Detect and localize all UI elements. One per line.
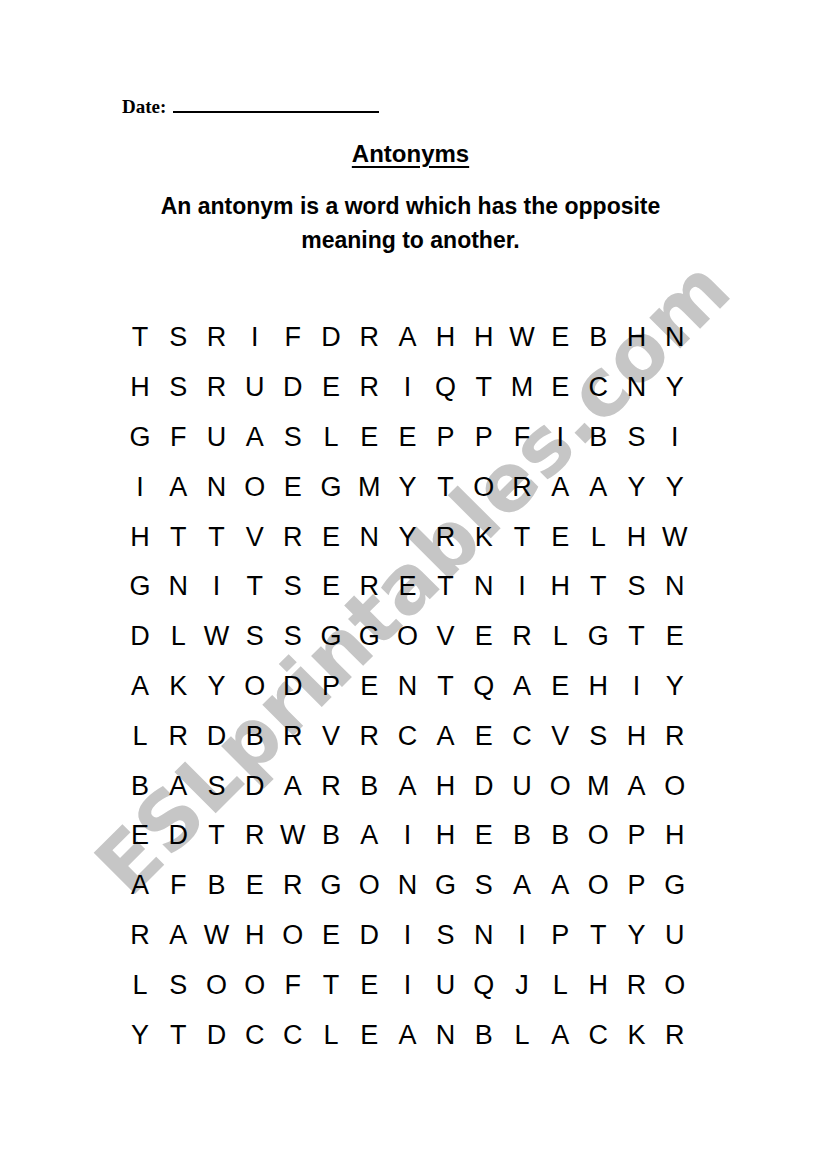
grid-cell[interactable]: R xyxy=(274,861,312,911)
grid-cell[interactable]: Y xyxy=(121,1010,159,1060)
grid-cell[interactable]: O xyxy=(656,960,694,1010)
grid-cell[interactable]: H xyxy=(541,562,579,612)
date-label: Date: xyxy=(122,96,166,117)
worksheet-page: { "game": "word-search", "position": "TS… xyxy=(0,0,821,1169)
word-search-grid: TSRIFDRAHHWEBHNHSRUDERIQTMECNYGFUASLEEPP… xyxy=(121,313,694,1060)
grid-cell[interactable]: A xyxy=(579,462,617,512)
grid-cell[interactable]: T xyxy=(197,512,235,562)
grid-cell[interactable]: E xyxy=(388,413,426,463)
grid-cell[interactable]: A xyxy=(350,811,388,861)
grid-cell[interactable]: I xyxy=(617,662,655,712)
grid-cell[interactable]: R xyxy=(503,612,541,662)
grid-cell[interactable]: P xyxy=(312,662,350,712)
grid-cell[interactable]: A xyxy=(503,662,541,712)
grid-cell[interactable]: Y xyxy=(388,512,426,562)
grid-cell[interactable]: E xyxy=(388,562,426,612)
grid-cell[interactable]: N xyxy=(388,861,426,911)
grid-cell[interactable]: Y xyxy=(656,363,694,413)
grid-cell[interactable]: B xyxy=(236,711,274,761)
grid-cell[interactable]: D xyxy=(159,811,197,861)
grid-cell[interactable]: E xyxy=(312,512,350,562)
grid-cell[interactable]: W xyxy=(197,911,235,961)
grid-cell[interactable]: S xyxy=(197,761,235,811)
grid-cell[interactable]: E xyxy=(350,662,388,712)
grid-cell[interactable]: L xyxy=(503,1010,541,1060)
grid-cell[interactable]: C xyxy=(236,1010,274,1060)
grid-cell[interactable]: P xyxy=(617,861,655,911)
grid-cell[interactable]: B xyxy=(579,313,617,363)
grid-cell[interactable]: U xyxy=(503,761,541,811)
grid-cell[interactable]: G xyxy=(427,861,465,911)
grid-cell[interactable]: O xyxy=(465,462,503,512)
grid-cell[interactable]: O xyxy=(579,861,617,911)
page-title: Antonyms xyxy=(0,140,821,168)
grid-cell[interactable]: B xyxy=(312,811,350,861)
grid-cell[interactable]: Y xyxy=(388,462,426,512)
grid-cell[interactable]: O xyxy=(388,612,426,662)
grid-cell[interactable]: A xyxy=(121,861,159,911)
grid-cell[interactable]: W xyxy=(274,811,312,861)
grid-cell[interactable]: L xyxy=(121,711,159,761)
grid-cell[interactable]: N xyxy=(465,911,503,961)
grid-cell[interactable]: N xyxy=(465,562,503,612)
grid-cell[interactable]: Q xyxy=(465,960,503,1010)
grid-cell[interactable]: H xyxy=(427,313,465,363)
grid-cell[interactable]: N xyxy=(159,562,197,612)
grid-cell[interactable]: I xyxy=(121,462,159,512)
grid-cell[interactable]: H xyxy=(427,761,465,811)
grid-cell[interactable]: L xyxy=(541,960,579,1010)
grid-cell[interactable]: E xyxy=(350,960,388,1010)
grid-cell[interactable]: T xyxy=(427,462,465,512)
grid-cell[interactable]: E xyxy=(312,363,350,413)
grid-cell[interactable]: F xyxy=(159,413,197,463)
grid-cell[interactable]: I xyxy=(388,911,426,961)
grid-cell[interactable]: D xyxy=(121,612,159,662)
grid-cell[interactable]: V xyxy=(236,512,274,562)
grid-cell[interactable]: S xyxy=(274,612,312,662)
grid-cell[interactable]: N xyxy=(617,363,655,413)
grid-cell[interactable]: E xyxy=(236,861,274,911)
grid-cell[interactable]: E xyxy=(541,363,579,413)
grid-cell[interactable]: L xyxy=(312,1010,350,1060)
grid-cell[interactable]: I xyxy=(503,562,541,612)
grid-cell[interactable]: E xyxy=(465,612,503,662)
grid-cell[interactable]: A xyxy=(503,861,541,911)
grid-cell[interactable]: K xyxy=(159,662,197,712)
grid-cell[interactable]: E xyxy=(541,662,579,712)
grid-cell[interactable]: L xyxy=(312,413,350,463)
grid-cell[interactable]: O xyxy=(236,960,274,1010)
grid-cell[interactable]: I xyxy=(197,562,235,612)
grid-cell[interactable]: O xyxy=(236,462,274,512)
grid-cell[interactable]: A xyxy=(274,761,312,811)
grid-cell[interactable]: P xyxy=(541,911,579,961)
grid-cell[interactable]: F xyxy=(503,413,541,463)
grid-cell[interactable]: E xyxy=(541,313,579,363)
grid-cell[interactable]: O xyxy=(236,662,274,712)
subtitle-line1: An antonym is a word which has the oppos… xyxy=(0,189,821,223)
grid-cell[interactable]: O xyxy=(656,761,694,811)
grid-cell[interactable]: R xyxy=(236,811,274,861)
grid-cell[interactable]: N xyxy=(350,512,388,562)
grid-cell[interactable]: D xyxy=(274,363,312,413)
grid-cell[interactable]: E xyxy=(541,512,579,562)
grid-cell[interactable]: E xyxy=(656,612,694,662)
grid-cell[interactable]: R xyxy=(350,562,388,612)
grid-cell[interactable]: H xyxy=(236,911,274,961)
grid-cell[interactable]: T xyxy=(579,911,617,961)
grid-cell[interactable]: D xyxy=(274,662,312,712)
subtitle: An antonym is a word which has the oppos… xyxy=(0,189,821,257)
grid-cell[interactable]: I xyxy=(388,960,426,1010)
grid-cell[interactable]: D xyxy=(312,313,350,363)
grid-cell[interactable]: M xyxy=(350,462,388,512)
grid-cell[interactable]: I xyxy=(236,313,274,363)
grid-cell[interactable]: C xyxy=(503,711,541,761)
grid-cell[interactable]: T xyxy=(121,313,159,363)
grid-cell[interactable]: T xyxy=(427,662,465,712)
grid-cell[interactable]: O xyxy=(541,761,579,811)
grid-cell[interactable]: V xyxy=(427,612,465,662)
grid-cell[interactable]: Y xyxy=(656,462,694,512)
grid-cell[interactable]: N xyxy=(656,562,694,612)
grid-cell[interactable]: N xyxy=(656,313,694,363)
grid-cell[interactable]: A xyxy=(388,761,426,811)
grid-cell[interactable]: F xyxy=(274,313,312,363)
grid-cell[interactable]: L xyxy=(159,612,197,662)
date-blank-line xyxy=(173,96,379,113)
grid-cell[interactable]: A xyxy=(541,1010,579,1060)
grid-cell[interactable]: P xyxy=(465,413,503,463)
grid-cell[interactable]: E xyxy=(465,811,503,861)
grid-cell[interactable]: H xyxy=(617,313,655,363)
grid-cell[interactable]: O xyxy=(274,911,312,961)
grid-cell[interactable]: C xyxy=(388,711,426,761)
grid-cell[interactable]: T xyxy=(159,512,197,562)
grid-cell[interactable]: M xyxy=(579,761,617,811)
grid-cell[interactable]: D xyxy=(465,761,503,811)
grid-cell[interactable]: E xyxy=(465,711,503,761)
grid-cell[interactable]: N xyxy=(197,462,235,512)
grid-cell[interactable]: M xyxy=(503,363,541,413)
grid-cell[interactable]: R xyxy=(656,711,694,761)
grid-cell[interactable]: E xyxy=(350,1010,388,1060)
grid-cell[interactable]: F xyxy=(274,960,312,1010)
worksheet-content: Date: Antonyms An antonym is a word whic… xyxy=(0,0,821,1169)
grid-cell[interactable]: S xyxy=(159,363,197,413)
grid-cell[interactable]: G xyxy=(312,612,350,662)
grid-cell[interactable]: R xyxy=(121,911,159,961)
grid-cell[interactable]: B xyxy=(465,1010,503,1060)
grid-cell[interactable]: P xyxy=(427,413,465,463)
grid-cell[interactable]: U xyxy=(427,960,465,1010)
grid-cell[interactable]: A xyxy=(617,761,655,811)
grid-cell[interactable]: G xyxy=(312,861,350,911)
grid-cell[interactable]: D xyxy=(197,1010,235,1060)
grid-cell[interactable]: R xyxy=(274,512,312,562)
grid-cell[interactable]: V xyxy=(541,711,579,761)
grid-cell[interactable]: E xyxy=(350,413,388,463)
grid-cell[interactable]: U xyxy=(656,911,694,961)
grid-cell[interactable]: W xyxy=(503,313,541,363)
grid-cell[interactable]: H xyxy=(617,512,655,562)
grid-cell[interactable]: G xyxy=(312,462,350,512)
grid-cell[interactable]: S xyxy=(236,612,274,662)
grid-cell[interactable]: R xyxy=(350,313,388,363)
grid-cell[interactable]: V xyxy=(312,711,350,761)
grid-cell[interactable]: A xyxy=(541,861,579,911)
grid-cell[interactable]: L xyxy=(121,960,159,1010)
grid-cell[interactable]: D xyxy=(350,911,388,961)
grid-cell[interactable]: R xyxy=(350,363,388,413)
grid-cell[interactable]: A xyxy=(388,313,426,363)
grid-cell[interactable]: H xyxy=(121,363,159,413)
grid-cell[interactable]: E xyxy=(312,911,350,961)
grid-cell[interactable]: A xyxy=(159,462,197,512)
grid-cell[interactable]: H xyxy=(465,313,503,363)
grid-cell[interactable]: T xyxy=(236,562,274,612)
grid-cell[interactable]: R xyxy=(197,363,235,413)
grid-cell[interactable]: T xyxy=(579,562,617,612)
grid-cell[interactable]: S xyxy=(159,960,197,1010)
grid-cell[interactable]: Y xyxy=(197,662,235,712)
grid-cell[interactable]: R xyxy=(159,711,197,761)
grid-cell[interactable]: B xyxy=(503,811,541,861)
grid-cell[interactable]: I xyxy=(656,413,694,463)
grid-cell[interactable]: W xyxy=(656,512,694,562)
grid-cell[interactable]: N xyxy=(427,1010,465,1060)
grid-cell[interactable]: G xyxy=(350,612,388,662)
grid-cell[interactable]: T xyxy=(617,612,655,662)
grid-cell[interactable]: S xyxy=(274,413,312,463)
subtitle-line2: meaning to another. xyxy=(0,223,821,257)
grid-cell[interactable]: S xyxy=(274,562,312,612)
grid-cell[interactable]: H xyxy=(579,662,617,712)
grid-cell[interactable]: A xyxy=(541,462,579,512)
grid-cell[interactable]: D xyxy=(236,761,274,811)
grid-cell[interactable]: C xyxy=(274,1010,312,1060)
grid-cell[interactable]: Q xyxy=(465,662,503,712)
grid-cell[interactable]: R xyxy=(656,1010,694,1060)
grid-cell[interactable]: B xyxy=(197,861,235,911)
grid-cell[interactable]: A xyxy=(236,413,274,463)
grid-cell[interactable]: S xyxy=(465,861,503,911)
grid-cell[interactable]: K xyxy=(465,512,503,562)
grid-cell[interactable]: G xyxy=(579,612,617,662)
grid-cell[interactable]: L xyxy=(541,612,579,662)
grid-cell[interactable]: T xyxy=(197,811,235,861)
grid-cell[interactable]: E xyxy=(312,562,350,612)
grid-cell[interactable]: I xyxy=(388,363,426,413)
grid-cell[interactable]: F xyxy=(159,861,197,911)
date-row: Date: xyxy=(122,96,379,118)
grid-cell[interactable]: O xyxy=(579,811,617,861)
grid-cell[interactable]: C xyxy=(579,1010,617,1060)
grid-cell[interactable]: I xyxy=(503,911,541,961)
grid-cell[interactable]: T xyxy=(503,512,541,562)
grid-cell[interactable]: Y xyxy=(617,462,655,512)
grid-cell[interactable]: C xyxy=(579,363,617,413)
grid-cell[interactable]: S xyxy=(617,562,655,612)
grid-cell[interactable]: A xyxy=(159,761,197,811)
grid-cell[interactable]: B xyxy=(350,761,388,811)
grid-cell[interactable]: E xyxy=(274,462,312,512)
grid-cell[interactable]: R xyxy=(312,761,350,811)
grid-cell[interactable]: Y xyxy=(617,911,655,961)
grid-cell[interactable]: S xyxy=(579,711,617,761)
grid-cell[interactable]: T xyxy=(159,1010,197,1060)
grid-cell[interactable]: A xyxy=(121,662,159,712)
grid-cell[interactable]: G xyxy=(121,413,159,463)
grid-cell[interactable]: H xyxy=(427,811,465,861)
grid-cell[interactable]: R xyxy=(197,313,235,363)
grid-cell[interactable]: B xyxy=(579,413,617,463)
grid-cell[interactable]: K xyxy=(617,1010,655,1060)
grid-cell[interactable]: S xyxy=(159,313,197,363)
grid-cell[interactable]: R xyxy=(350,711,388,761)
grid-cell[interactable]: T xyxy=(465,363,503,413)
grid-cell[interactable]: I xyxy=(388,811,426,861)
grid-cell[interactable]: A xyxy=(427,711,465,761)
grid-cell[interactable]: O xyxy=(197,960,235,1010)
grid-cell[interactable]: I xyxy=(541,413,579,463)
grid-cell[interactable]: G xyxy=(656,861,694,911)
grid-cell[interactable]: G xyxy=(121,562,159,612)
grid-cell[interactable]: H xyxy=(121,512,159,562)
grid-cell[interactable]: R xyxy=(617,960,655,1010)
grid-cell[interactable]: R xyxy=(503,462,541,512)
grid-cell[interactable]: L xyxy=(579,512,617,562)
grid-cell[interactable]: B xyxy=(541,811,579,861)
grid-cell[interactable]: E xyxy=(121,811,159,861)
grid-cell[interactable]: P xyxy=(617,811,655,861)
grid-cell[interactable]: B xyxy=(121,761,159,811)
grid-cell[interactable]: R xyxy=(427,512,465,562)
grid-cell[interactable]: T xyxy=(427,562,465,612)
grid-cell[interactable]: R xyxy=(274,711,312,761)
grid-cell[interactable]: J xyxy=(503,960,541,1010)
grid-cell[interactable]: N xyxy=(388,662,426,712)
grid-cell[interactable]: H xyxy=(656,811,694,861)
grid-cell[interactable]: S xyxy=(617,413,655,463)
grid-cell[interactable]: S xyxy=(427,911,465,961)
grid-cell[interactable]: U xyxy=(236,363,274,413)
grid-cell[interactable]: A xyxy=(388,1010,426,1060)
grid-cell[interactable]: W xyxy=(197,612,235,662)
grid-cell[interactable]: A xyxy=(159,911,197,961)
grid-cell[interactable]: H xyxy=(617,711,655,761)
grid-cell[interactable]: Q xyxy=(427,363,465,413)
grid-cell[interactable]: T xyxy=(312,960,350,1010)
grid-cell[interactable]: D xyxy=(197,711,235,761)
grid-cell[interactable]: U xyxy=(197,413,235,463)
grid-cell[interactable]: O xyxy=(350,861,388,911)
grid-cell[interactable]: H xyxy=(579,960,617,1010)
grid-cell[interactable]: Y xyxy=(656,662,694,712)
